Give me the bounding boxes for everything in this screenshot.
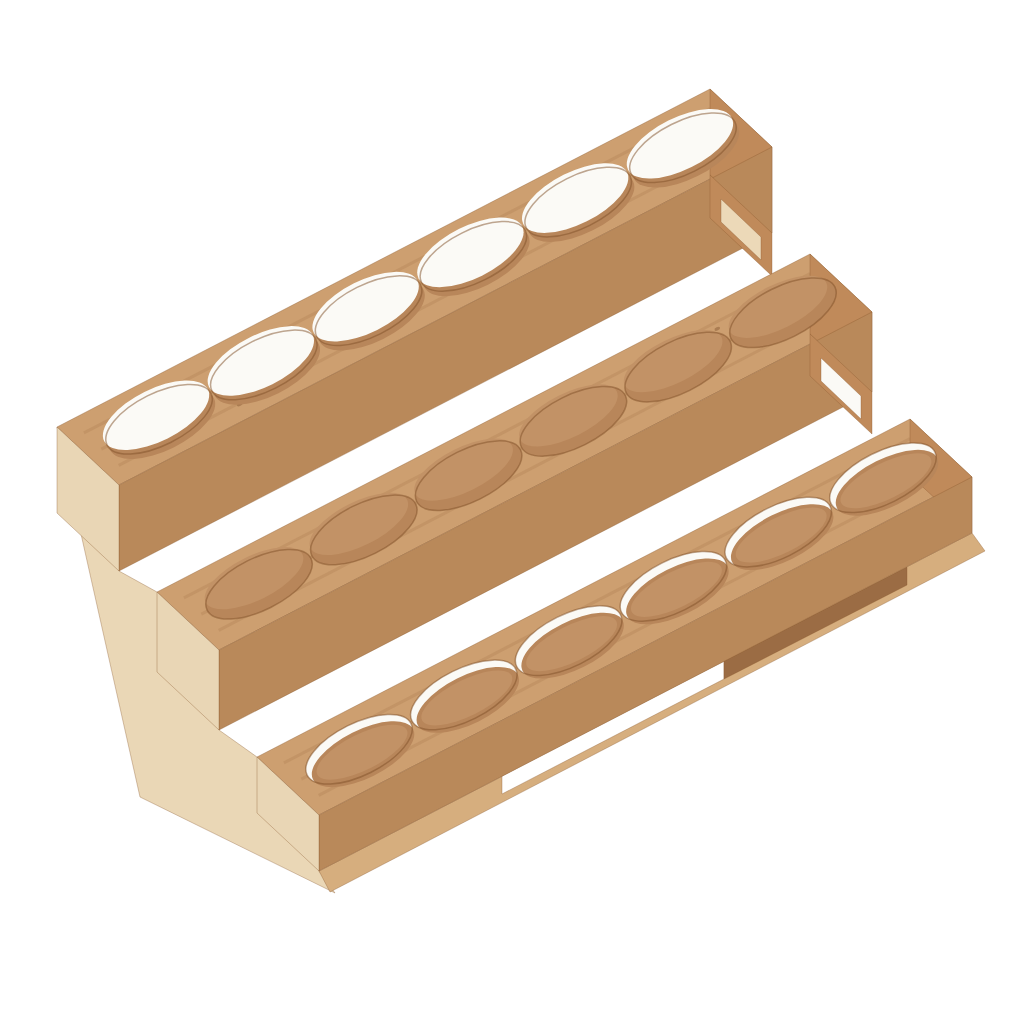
product-figure: Three-tier natural bamboo wooden essenti…	[0, 0, 1024, 1024]
rack-scene	[0, 0, 1024, 1024]
product-photo-bamboo-display-rack: Three-tier natural bamboo wooden essenti…	[0, 0, 1024, 1024]
